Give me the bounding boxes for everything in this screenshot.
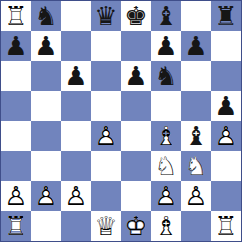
black-bishop: ♝ bbox=[181, 121, 211, 151]
square-b6[interactable] bbox=[31, 61, 61, 91]
square-g7[interactable]: ♟ bbox=[181, 31, 211, 61]
black-rook-icon: ♜ bbox=[211, 1, 241, 31]
white-bishop-icon: ♗ bbox=[151, 211, 181, 241]
black-rook: ♜ bbox=[211, 1, 241, 31]
white-rook-icon: ♖ bbox=[211, 211, 241, 241]
square-h2[interactable] bbox=[211, 181, 241, 211]
white-pawn: ♟♙ bbox=[181, 181, 211, 211]
black-bishop-icon: ♝ bbox=[181, 121, 211, 151]
square-b5[interactable] bbox=[31, 91, 61, 121]
square-g3[interactable]: ♞♘ bbox=[181, 151, 211, 181]
black-queen: ♛ bbox=[91, 1, 121, 31]
black-knight: ♞ bbox=[31, 1, 61, 31]
black-pawn: ♟ bbox=[1, 31, 31, 61]
white-pawn: ♟♙ bbox=[61, 181, 91, 211]
square-a5[interactable] bbox=[1, 91, 31, 121]
black-king-icon: ♚ bbox=[121, 1, 151, 31]
square-d7[interactable] bbox=[91, 31, 121, 61]
square-e5[interactable] bbox=[121, 91, 151, 121]
white-knight: ♞♘ bbox=[151, 151, 181, 181]
square-h7[interactable] bbox=[211, 31, 241, 61]
white-pawn-icon: ♙ bbox=[151, 181, 181, 211]
black-queen-icon: ♛ bbox=[91, 1, 121, 31]
square-h6[interactable] bbox=[211, 61, 241, 91]
black-bishop-icon: ♝ bbox=[151, 1, 181, 31]
white-pawn-icon: ♙ bbox=[211, 121, 241, 151]
square-c1[interactable] bbox=[61, 211, 91, 241]
square-d8[interactable]: ♛ bbox=[91, 1, 121, 31]
white-pawn: ♟♙ bbox=[1, 181, 31, 211]
black-knight-icon: ♞ bbox=[31, 1, 61, 31]
square-h8[interactable]: ♜ bbox=[211, 1, 241, 31]
square-b2[interactable]: ♟♙ bbox=[31, 181, 61, 211]
square-b8[interactable]: ♞ bbox=[31, 1, 61, 31]
square-g8[interactable] bbox=[181, 1, 211, 31]
square-a6[interactable] bbox=[1, 61, 31, 91]
square-f3[interactable]: ♞♘ bbox=[151, 151, 181, 181]
white-pawn: ♟♙ bbox=[91, 121, 121, 151]
square-h4[interactable]: ♟♙ bbox=[211, 121, 241, 151]
white-bishop: ♝♗ bbox=[151, 121, 181, 151]
white-rook: ♜♖ bbox=[1, 1, 31, 31]
square-h3[interactable] bbox=[211, 151, 241, 181]
square-f6[interactable]: ♞ bbox=[151, 61, 181, 91]
black-pawn-icon: ♟ bbox=[121, 61, 151, 91]
square-a7[interactable]: ♟ bbox=[1, 31, 31, 61]
square-d1[interactable]: ♛♕ bbox=[91, 211, 121, 241]
black-bishop: ♝ bbox=[151, 1, 181, 31]
square-h5[interactable]: ♟ bbox=[211, 91, 241, 121]
square-d2[interactable] bbox=[91, 181, 121, 211]
black-pawn-icon: ♟ bbox=[1, 31, 31, 61]
square-b3[interactable] bbox=[31, 151, 61, 181]
black-pawn-icon: ♟ bbox=[151, 31, 181, 61]
square-e6[interactable]: ♟ bbox=[121, 61, 151, 91]
square-b4[interactable] bbox=[31, 121, 61, 151]
square-f4[interactable]: ♝♗ bbox=[151, 121, 181, 151]
black-pawn: ♟ bbox=[151, 31, 181, 61]
square-g6[interactable] bbox=[181, 61, 211, 91]
square-h1[interactable]: ♜♖ bbox=[211, 211, 241, 241]
square-f1[interactable]: ♝♗ bbox=[151, 211, 181, 241]
square-e3[interactable] bbox=[121, 151, 151, 181]
square-c7[interactable] bbox=[61, 31, 91, 61]
square-g5[interactable] bbox=[181, 91, 211, 121]
white-queen: ♛♕ bbox=[91, 211, 121, 241]
square-c2[interactable]: ♟♙ bbox=[61, 181, 91, 211]
square-f2[interactable]: ♟♙ bbox=[151, 181, 181, 211]
square-f8[interactable]: ♝ bbox=[151, 1, 181, 31]
square-c6[interactable]: ♟ bbox=[61, 61, 91, 91]
square-a2[interactable]: ♟♙ bbox=[1, 181, 31, 211]
square-f7[interactable]: ♟ bbox=[151, 31, 181, 61]
square-a3[interactable] bbox=[1, 151, 31, 181]
square-d5[interactable] bbox=[91, 91, 121, 121]
square-e1[interactable]: ♚♔ bbox=[121, 211, 151, 241]
white-bishop-icon: ♗ bbox=[151, 121, 181, 151]
square-a8[interactable]: ♜♖ bbox=[1, 1, 31, 31]
white-queen-icon: ♕ bbox=[91, 211, 121, 241]
square-d6[interactable] bbox=[91, 61, 121, 91]
square-e8[interactable]: ♚ bbox=[121, 1, 151, 31]
square-c8[interactable] bbox=[61, 1, 91, 31]
square-d3[interactable] bbox=[91, 151, 121, 181]
white-pawn: ♟♙ bbox=[211, 121, 241, 151]
white-bishop: ♝♗ bbox=[151, 211, 181, 241]
white-rook: ♜♖ bbox=[211, 211, 241, 241]
white-pawn-icon: ♙ bbox=[91, 121, 121, 151]
square-d4[interactable]: ♟♙ bbox=[91, 121, 121, 151]
square-a1[interactable]: ♜♖ bbox=[1, 211, 31, 241]
square-a4[interactable] bbox=[1, 121, 31, 151]
black-pawn: ♟ bbox=[61, 61, 91, 91]
white-rook-icon: ♖ bbox=[1, 1, 31, 31]
square-b7[interactable]: ♟ bbox=[31, 31, 61, 61]
white-pawn-icon: ♙ bbox=[1, 181, 31, 211]
white-knight-icon: ♘ bbox=[151, 151, 181, 181]
black-knight-icon: ♞ bbox=[151, 61, 181, 91]
black-pawn-icon: ♟ bbox=[181, 31, 211, 61]
black-pawn: ♟ bbox=[121, 61, 151, 91]
black-pawn: ♟ bbox=[31, 31, 61, 61]
white-rook-icon: ♖ bbox=[1, 211, 31, 241]
black-pawn: ♟ bbox=[211, 91, 241, 121]
black-pawn-icon: ♟ bbox=[211, 91, 241, 121]
white-pawn-icon: ♙ bbox=[181, 181, 211, 211]
square-e4[interactable] bbox=[121, 121, 151, 151]
square-g2[interactable]: ♟♙ bbox=[181, 181, 211, 211]
black-knight: ♞ bbox=[151, 61, 181, 91]
square-c3[interactable] bbox=[61, 151, 91, 181]
white-knight-icon: ♘ bbox=[181, 151, 211, 181]
square-g4[interactable]: ♝ bbox=[181, 121, 211, 151]
white-pawn-icon: ♙ bbox=[31, 181, 61, 211]
white-king: ♚♔ bbox=[121, 211, 151, 241]
white-pawn-icon: ♙ bbox=[61, 181, 91, 211]
square-g1[interactable] bbox=[181, 211, 211, 241]
square-c5[interactable] bbox=[61, 91, 91, 121]
black-pawn-icon: ♟ bbox=[61, 61, 91, 91]
white-rook: ♜♖ bbox=[1, 211, 31, 241]
white-knight: ♞♘ bbox=[181, 151, 211, 181]
square-f5[interactable] bbox=[151, 91, 181, 121]
square-b1[interactable] bbox=[31, 211, 61, 241]
white-pawn: ♟♙ bbox=[31, 181, 61, 211]
black-king: ♚ bbox=[121, 1, 151, 31]
black-pawn: ♟ bbox=[181, 31, 211, 61]
white-pawn: ♟♙ bbox=[151, 181, 181, 211]
square-e7[interactable] bbox=[121, 31, 151, 61]
square-c4[interactable] bbox=[61, 121, 91, 151]
square-e2[interactable] bbox=[121, 181, 151, 211]
chess-board: ♜♖♞♛♚♝♜♟♟♟♟♟♟♞♟♟♙♝♗♝♟♙♞♘♞♘♟♙♟♙♟♙♟♙♟♙♜♖♛♕… bbox=[0, 0, 242, 242]
white-king-icon: ♔ bbox=[121, 211, 151, 241]
black-pawn-icon: ♟ bbox=[31, 31, 61, 61]
